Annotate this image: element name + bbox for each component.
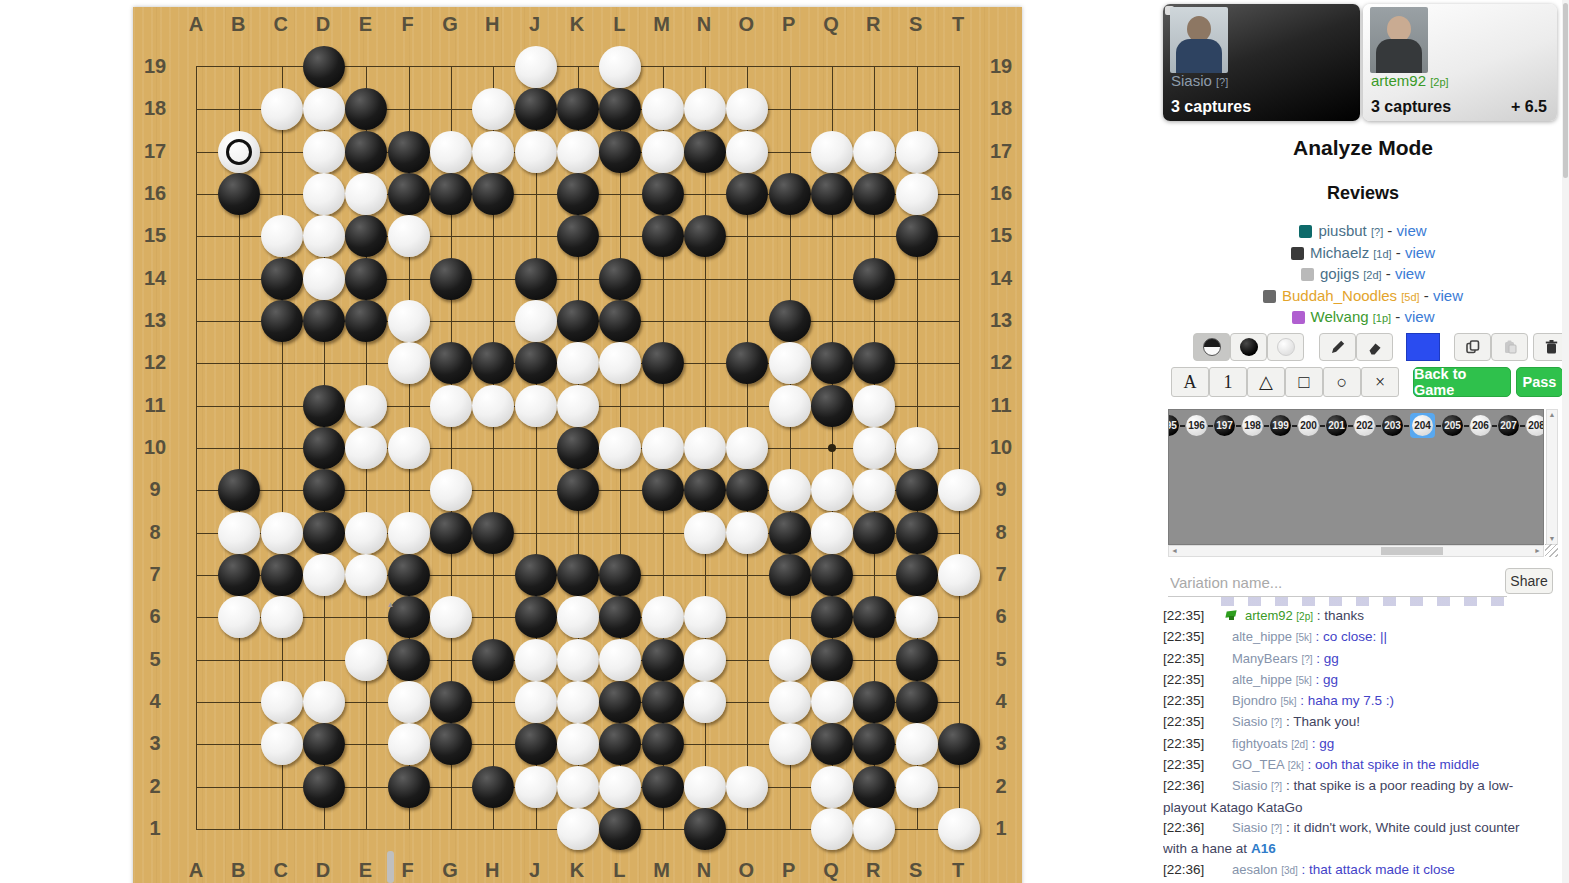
white-stone-J19[interactable] <box>515 46 557 88</box>
white-stone-C15[interactable] <box>261 215 303 257</box>
black-stone-R8[interactable] <box>853 512 895 554</box>
white-stone-C6[interactable] <box>261 596 303 638</box>
black-stone-K13[interactable] <box>557 300 599 342</box>
black-stone-K7[interactable] <box>557 554 599 596</box>
chat-user-rank: [5k] <box>1296 675 1312 686</box>
markup-tool-number[interactable]: 1 <box>1209 367 1247 397</box>
black-stone-R3[interactable] <box>853 723 895 765</box>
coordinate-label: 12 <box>990 351 1012 374</box>
chat-line: [22:35]artem92 [2p] : thanks <box>1163 606 1547 627</box>
white-stone-T7[interactable] <box>938 554 980 596</box>
chat-username[interactable]: artem92 <box>1245 608 1296 623</box>
chat-line: [22:36]aesalon [3d] : that attack made i… <box>1163 860 1547 881</box>
white-stone-J5[interactable] <box>515 639 557 681</box>
white-stone-R11[interactable] <box>853 385 895 427</box>
black-stone-M5[interactable] <box>642 639 684 681</box>
white-stone-Q17[interactable] <box>811 131 853 173</box>
black-stone-Q7[interactable] <box>811 554 853 596</box>
white-stone-L19[interactable] <box>599 46 641 88</box>
black-stone-B9[interactable] <box>218 469 260 511</box>
eraser-tool[interactable] <box>1356 333 1393 361</box>
white-stone-P3[interactable] <box>769 723 811 765</box>
white-stone-N10[interactable] <box>684 427 726 469</box>
black-stone-D3[interactable] <box>303 723 345 765</box>
white-stone-B8[interactable] <box>218 512 260 554</box>
white-stone-C18[interactable] <box>261 88 303 130</box>
black-player-name[interactable]: Siasio [?] <box>1171 72 1228 89</box>
black-stone-O12[interactable] <box>726 342 768 384</box>
black-stone-K16[interactable] <box>557 173 599 215</box>
black-stone-E18[interactable] <box>345 88 387 130</box>
markup-tool-cross[interactable]: × <box>1361 367 1399 397</box>
side-panel: Siasio [?] 3 captures artem92 [2p] 3 cap… <box>1163 0 1563 883</box>
black-stone-K15[interactable] <box>557 215 599 257</box>
black-stone-R14[interactable] <box>853 258 895 300</box>
black-stone-D19[interactable] <box>303 46 345 88</box>
goban-grid[interactable] <box>196 66 960 830</box>
black-stone-R12[interactable] <box>853 342 895 384</box>
white-stone-tool[interactable] <box>1267 333 1304 361</box>
black-stone-L18[interactable] <box>599 88 641 130</box>
review-view-link[interactable]: view <box>1433 287 1463 304</box>
black-stone-N9[interactable] <box>684 469 726 511</box>
move-tree-vscrollbar[interactable]: ▲▼ <box>1546 409 1558 545</box>
white-stone-H11[interactable] <box>472 385 514 427</box>
white-stone-D17[interactable] <box>303 131 345 173</box>
chat-timestamp: [22:35] <box>1163 712 1219 732</box>
white-stone-L2[interactable] <box>599 766 641 808</box>
move-node-wrap: 199 <box>1270 415 1291 436</box>
white-stone-F12[interactable] <box>388 342 430 384</box>
black-stone-G3[interactable] <box>430 723 472 765</box>
white-stone-B6[interactable] <box>218 596 260 638</box>
white-stone-N8[interactable] <box>684 512 726 554</box>
markup-tool-letter[interactable]: A <box>1171 367 1209 397</box>
black-stone-S9[interactable] <box>896 469 938 511</box>
black-stone-D13[interactable] <box>303 300 345 342</box>
black-stone-G8[interactable] <box>430 512 472 554</box>
chat-username[interactable]: alte_hippe <box>1232 672 1296 687</box>
chat-username[interactable]: Siasio <box>1232 820 1271 835</box>
reviewer-name[interactable]: Buddah_Noodles <box>1282 287 1401 304</box>
chat-scroll-thumb[interactable] <box>387 851 394 883</box>
variation-name-input[interactable] <box>1168 568 1507 597</box>
white-stone-F10[interactable] <box>388 427 430 469</box>
white-stone-O18[interactable] <box>726 88 768 130</box>
move-nodes: 1951961971981992002012022032042052062072… <box>1168 413 1544 438</box>
white-stone-S2[interactable] <box>896 766 938 808</box>
white-stone-M18[interactable] <box>642 88 684 130</box>
reviewer-name[interactable]: Michaelz <box>1310 244 1373 261</box>
move-node-208[interactable]: 208 <box>1526 415 1544 436</box>
black-stone-D11[interactable] <box>303 385 345 427</box>
white-stone-D14[interactable] <box>303 258 345 300</box>
black-stone-J7[interactable] <box>515 554 557 596</box>
white-stone-K12[interactable] <box>557 342 599 384</box>
white-stone-S10[interactable] <box>896 427 938 469</box>
white-stone-J11[interactable] <box>515 385 557 427</box>
chat-line: [22:36]Siasio [?] : it didn't work, Whit… <box>1163 818 1547 860</box>
reviewer-name[interactable]: Welvang <box>1311 308 1373 325</box>
black-stone-D8[interactable] <box>303 512 345 554</box>
white-stone-E16[interactable] <box>345 173 387 215</box>
black-stone-L6[interactable] <box>599 596 641 638</box>
black-stone-H5[interactable] <box>472 639 514 681</box>
black-stone-O9[interactable] <box>726 469 768 511</box>
black-stone-M4[interactable] <box>642 681 684 723</box>
white-stone-F15[interactable] <box>388 215 430 257</box>
black-stone-T3[interactable] <box>938 723 980 765</box>
white-stone-C8[interactable] <box>261 512 303 554</box>
black-stone-M16[interactable] <box>642 173 684 215</box>
white-stone-K3[interactable] <box>557 723 599 765</box>
chat-username[interactable]: alte_hippe <box>1232 629 1296 644</box>
reviewer-rank: [1d] <box>1373 248 1391 260</box>
white-stone-P9[interactable] <box>769 469 811 511</box>
white-stone-L12[interactable] <box>599 342 641 384</box>
alternate-stone-tool[interactable] <box>1193 333 1230 361</box>
chat-username[interactable]: Siasio <box>1232 714 1271 729</box>
review-view-link[interactable]: view <box>1405 244 1435 261</box>
black-stone-K9[interactable] <box>557 469 599 511</box>
black-stone-P13[interactable] <box>769 300 811 342</box>
review-view-link[interactable]: view <box>1395 265 1425 282</box>
move-node-197[interactable]: 197 <box>1214 415 1235 436</box>
back-to-game-button[interactable]: Back to Game <box>1413 367 1511 397</box>
white-stone-R10[interactable] <box>853 427 895 469</box>
white-stone-E7[interactable] <box>345 554 387 596</box>
move-node-203[interactable]: 203 <box>1382 415 1403 436</box>
white-stone-E5[interactable] <box>345 639 387 681</box>
move-node-wrap: 198 <box>1242 415 1263 436</box>
last-move-marker <box>226 139 252 165</box>
reviewer-name[interactable]: gojigs <box>1320 265 1363 282</box>
move-connector <box>1236 425 1241 427</box>
move-node-195[interactable]: 195 <box>1168 415 1179 436</box>
black-stone-Q12[interactable] <box>811 342 853 384</box>
black-stone-P8[interactable] <box>769 512 811 554</box>
white-stone-M10[interactable] <box>642 427 684 469</box>
white-stone-N4[interactable] <box>684 681 726 723</box>
white-stone-K11[interactable] <box>557 385 599 427</box>
black-stone-R4[interactable] <box>853 681 895 723</box>
page-scrollbar[interactable] <box>1562 0 1569 883</box>
black-stone-G12[interactable] <box>430 342 472 384</box>
scroll-down-icon[interactable]: ▼ <box>1547 534 1557 543</box>
black-stone-D2[interactable] <box>303 766 345 808</box>
white-stone-L5[interactable] <box>599 639 641 681</box>
white-stone-G9[interactable] <box>430 469 472 511</box>
paste-tool[interactable] <box>1491 333 1528 361</box>
move-node-wrap: 206 <box>1470 415 1491 436</box>
move-node-196[interactable]: 196 <box>1186 415 1207 436</box>
white-stone-K1[interactable] <box>557 808 599 850</box>
black-stone-J14[interactable] <box>515 258 557 300</box>
white-stone-O10[interactable] <box>726 427 768 469</box>
black-stone-M3[interactable] <box>642 723 684 765</box>
coordinate-label: 10 <box>990 435 1012 458</box>
white-stone-H18[interactable] <box>472 88 514 130</box>
pass-button[interactable]: Pass <box>1516 367 1563 397</box>
white-stone-Q1[interactable] <box>811 808 853 850</box>
black-stone-M12[interactable] <box>642 342 684 384</box>
white-stone-D4[interactable] <box>303 681 345 723</box>
white-stone-G17[interactable] <box>430 131 472 173</box>
white-stone-Q4[interactable] <box>811 681 853 723</box>
chat-log[interactable]: [22:35]artem92 [2p] : thanks[22:35]alte_… <box>1163 597 1547 883</box>
move-node-205[interactable]: 205 <box>1442 415 1463 436</box>
white-stone-F8[interactable] <box>388 512 430 554</box>
chat-line: [22:35]GO_TEA [2k] : ooh that spike in t… <box>1163 755 1547 776</box>
white-stone-J17[interactable] <box>515 131 557 173</box>
black-stone-M2[interactable] <box>642 766 684 808</box>
black-stone-L13[interactable] <box>599 300 641 342</box>
white-stone-P12[interactable] <box>769 342 811 384</box>
black-stone-H2[interactable] <box>472 766 514 808</box>
black-stone-D9[interactable] <box>303 469 345 511</box>
chat-scroll-up-icon[interactable]: ▲ <box>386 600 395 609</box>
white-stone-S3[interactable] <box>896 723 938 765</box>
black-stone-S7[interactable] <box>896 554 938 596</box>
white-stone-P4[interactable] <box>769 681 811 723</box>
white-stone-K5[interactable] <box>557 639 599 681</box>
chat-user-rank: [?] <box>1271 781 1282 792</box>
move-tree-hscrollbar[interactable]: ◄► <box>1168 545 1544 557</box>
black-stone-P7[interactable] <box>769 554 811 596</box>
player-card-white[interactable]: artem92 [2p] 3 captures + 6.5 <box>1363 4 1557 121</box>
scroll-left-icon[interactable]: ◄ <box>1171 547 1178 554</box>
move-connector <box>1208 425 1213 427</box>
move-connector <box>1180 425 1185 427</box>
white-stone-J13[interactable] <box>515 300 557 342</box>
review-view-link[interactable]: view <box>1404 308 1434 325</box>
chat-username[interactable]: Siasio <box>1232 778 1271 793</box>
hscroll-thumb[interactable] <box>1381 547 1443 555</box>
black-stone-E15[interactable] <box>345 215 387 257</box>
white-stone-R1[interactable] <box>853 808 895 850</box>
black-stone-N17[interactable] <box>684 131 726 173</box>
page-scroll-thumb[interactable] <box>1563 3 1568 178</box>
chat-line: [22:35]Bjondro [5k] : haha my 7.5 :) <box>1163 691 1547 712</box>
black-stone-J18[interactable] <box>515 88 557 130</box>
white-stone-N2[interactable] <box>684 766 726 808</box>
move-node-204[interactable]: 204 <box>1412 415 1433 436</box>
scroll-up-icon[interactable]: ▲ <box>1549 411 1556 418</box>
black-stone-P16[interactable] <box>769 173 811 215</box>
black-stone-O16[interactable] <box>726 173 768 215</box>
move-node-200[interactable]: 200 <box>1298 415 1319 436</box>
black-stone-F17[interactable] <box>388 131 430 173</box>
black-stone-C14[interactable] <box>261 258 303 300</box>
black-stone-J6[interactable] <box>515 596 557 638</box>
white-stone-P5[interactable] <box>769 639 811 681</box>
white-stone-T1[interactable] <box>938 808 980 850</box>
black-stone-H16[interactable] <box>472 173 514 215</box>
white-stone-S16[interactable] <box>896 173 938 215</box>
white-stone-O2[interactable] <box>726 766 768 808</box>
markup-tool-circle[interactable]: ○ <box>1323 367 1361 397</box>
move-node-198[interactable]: 198 <box>1242 415 1263 436</box>
white-stone-D16[interactable] <box>303 173 345 215</box>
white-stone-K4[interactable] <box>557 681 599 723</box>
black-stone-K18[interactable] <box>557 88 599 130</box>
chat-username[interactable]: GO_TEA <box>1232 757 1288 772</box>
move-node-207[interactable]: 207 <box>1498 415 1519 436</box>
white-stone-J2[interactable] <box>515 766 557 808</box>
black-stone-L17[interactable] <box>599 131 641 173</box>
reviewer-name[interactable]: piusbut <box>1318 222 1371 239</box>
white-stone-G6[interactable] <box>430 596 472 638</box>
white-stone-H17[interactable] <box>472 131 514 173</box>
white-stone-Q2[interactable] <box>811 766 853 808</box>
move-connector <box>1348 425 1353 427</box>
black-stone-L3[interactable] <box>599 723 641 765</box>
black-stone-S15[interactable] <box>896 215 938 257</box>
black-stone-S4[interactable] <box>896 681 938 723</box>
review-item: piusbut [?] - view <box>1163 221 1563 243</box>
move-tree-canvas[interactable]: 1951961971981992002012022032042052062072… <box>1168 409 1544 545</box>
black-stone-E17[interactable] <box>345 131 387 173</box>
black-stone-M9[interactable] <box>642 469 684 511</box>
black-stone-G4[interactable] <box>430 681 472 723</box>
black-stone-C7[interactable] <box>261 554 303 596</box>
white-stone-S17[interactable] <box>896 131 938 173</box>
white-stone-B17[interactable] <box>218 131 260 173</box>
white-stone-C3[interactable] <box>261 723 303 765</box>
white-stone-T9[interactable] <box>938 469 980 511</box>
white-stone-D7[interactable] <box>303 554 345 596</box>
chat-timestamp: [22:36] <box>1163 818 1219 838</box>
white-stone-E10[interactable] <box>345 427 387 469</box>
reviewer-avatar-icon <box>1292 311 1305 324</box>
chat-user-rank: [2p] <box>1296 611 1313 622</box>
chat-username[interactable]: Bjondro <box>1232 693 1280 708</box>
coordinate-link[interactable]: A16 <box>1251 841 1276 856</box>
markup-tool-square[interactable]: □ <box>1285 367 1323 397</box>
go-board: ABCDEFGHJKLMNOPQRST ABCDEFGHJKLMNOPQRST … <box>133 7 1022 883</box>
black-stone-E13[interactable] <box>345 300 387 342</box>
chat-username[interactable]: fightyoats <box>1232 736 1291 751</box>
white-stone-R17[interactable] <box>853 131 895 173</box>
black-stone-L14[interactable] <box>599 258 641 300</box>
chat-scrollbar[interactable]: ▲ <box>386 600 395 883</box>
black-stone-F7[interactable] <box>388 554 430 596</box>
white-stone-G11[interactable] <box>430 385 472 427</box>
white-stone-D18[interactable] <box>303 88 345 130</box>
copy-tool[interactable] <box>1454 333 1491 361</box>
white-stone-M6[interactable] <box>642 596 684 638</box>
black-stone-D10[interactable] <box>303 427 345 469</box>
coordinate-label: 16 <box>990 181 1012 204</box>
black-stone-H12[interactable] <box>472 342 514 384</box>
white-stone-N6[interactable] <box>684 596 726 638</box>
color-swatch[interactable] <box>1406 333 1440 361</box>
white-stone-J4[interactable] <box>515 681 557 723</box>
pencil-tool[interactable] <box>1319 333 1356 361</box>
white-stone-S6[interactable] <box>896 596 938 638</box>
black-stone-G14[interactable] <box>430 258 472 300</box>
review-view-link[interactable]: view <box>1397 222 1427 239</box>
variation-row: Share <box>1168 568 1563 596</box>
white-stone-K2[interactable] <box>557 766 599 808</box>
black-stone-E14[interactable] <box>345 258 387 300</box>
white-stone-L10[interactable] <box>599 427 641 469</box>
move-node-202[interactable]: 202 <box>1354 415 1375 436</box>
white-stone-K6[interactable] <box>557 596 599 638</box>
black-stone-R6[interactable] <box>853 596 895 638</box>
white-stone-Q9[interactable] <box>811 469 853 511</box>
white-stone-C4[interactable] <box>261 681 303 723</box>
white-stone-R9[interactable] <box>853 469 895 511</box>
black-stone-F16[interactable] <box>388 173 430 215</box>
white-stone-D15[interactable] <box>303 215 345 257</box>
white-player-name[interactable]: artem92 [2p] <box>1371 72 1449 89</box>
scroll-right-icon[interactable]: ► <box>1534 547 1541 554</box>
black-stone-L1[interactable] <box>599 808 641 850</box>
black-stone-Q5[interactable] <box>811 639 853 681</box>
black-stone-H8[interactable] <box>472 512 514 554</box>
black-stone-Q3[interactable] <box>811 723 853 765</box>
black-stone-B7[interactable] <box>218 554 260 596</box>
white-stone-N5[interactable] <box>684 639 726 681</box>
white-stone-N18[interactable] <box>684 88 726 130</box>
white-stone-Q8[interactable] <box>811 512 853 554</box>
chat-line: [22:35]Siasio [?] : Thank you! <box>1163 712 1547 733</box>
markup-tool-triangle[interactable]: △ <box>1247 367 1285 397</box>
black-stone-L4[interactable] <box>599 681 641 723</box>
move-node-206[interactable]: 206 <box>1470 415 1491 436</box>
chat-message: : co close: || <box>1312 629 1387 644</box>
black-stone-B16[interactable] <box>218 173 260 215</box>
black-stone-S5[interactable] <box>896 639 938 681</box>
black-stone-G16[interactable] <box>430 173 472 215</box>
chat-username[interactable]: ManyBears <box>1232 651 1301 666</box>
white-stone-K17[interactable] <box>557 131 599 173</box>
chat-username[interactable]: aesalon <box>1232 862 1281 877</box>
black-stone-J3[interactable] <box>515 723 557 765</box>
move-node-wrap: 197 <box>1214 415 1235 436</box>
black-stone-S8[interactable] <box>896 512 938 554</box>
move-node-201[interactable]: 201 <box>1326 415 1347 436</box>
move-node-wrap: 203 <box>1382 415 1403 436</box>
black-stone-N15[interactable] <box>684 215 726 257</box>
black-stone-R16[interactable] <box>853 173 895 215</box>
black-stone-Q11[interactable] <box>811 385 853 427</box>
white-stone-O8[interactable] <box>726 512 768 554</box>
black-stone-N1[interactable] <box>684 808 726 850</box>
black-stone-C13[interactable] <box>261 300 303 342</box>
move-node-199[interactable]: 199 <box>1270 415 1291 436</box>
black-stone-R2[interactable] <box>853 766 895 808</box>
black-stone-Q16[interactable] <box>811 173 853 215</box>
black-stone-K10[interactable] <box>557 427 599 469</box>
white-stone-P11[interactable] <box>769 385 811 427</box>
black-stone-L7[interactable] <box>599 554 641 596</box>
player-card-black[interactable]: Siasio [?] 3 captures <box>1163 4 1360 121</box>
white-stone-O17[interactable] <box>726 131 768 173</box>
share-button[interactable]: Share <box>1505 568 1553 594</box>
white-stone-M17[interactable] <box>642 131 684 173</box>
resize-grip[interactable] <box>1545 544 1558 557</box>
black-stone-J12[interactable] <box>515 342 557 384</box>
reviewer-avatar-icon <box>1291 247 1304 260</box>
white-stone-E11[interactable] <box>345 385 387 427</box>
white-stone-F13[interactable] <box>388 300 430 342</box>
black-stone-M15[interactable] <box>642 215 684 257</box>
black-stone-tool[interactable] <box>1230 333 1267 361</box>
white-stone-E8[interactable] <box>345 512 387 554</box>
black-stone-Q6[interactable] <box>811 596 853 638</box>
